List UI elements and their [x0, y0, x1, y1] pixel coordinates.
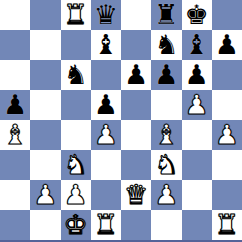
black-king[interactable]: ♚ — [182, 0, 212, 30]
white-rook[interactable]: ♜ — [212, 210, 242, 240]
square-e8[interactable] — [121, 0, 151, 30]
black-knight[interactable]: ♞ — [151, 30, 181, 60]
square-e7[interactable] — [121, 30, 151, 60]
black-bishop[interactable]: ♝ — [182, 30, 212, 60]
white-pawn[interactable]: ♟ — [212, 120, 242, 150]
square-c6[interactable]: ♞ — [61, 60, 91, 90]
square-c5[interactable] — [61, 90, 91, 120]
square-f3[interactable]: ♞ — [151, 150, 181, 180]
square-a6[interactable] — [0, 60, 30, 90]
square-e1[interactable] — [121, 210, 151, 240]
square-d5[interactable]: ♟ — [91, 90, 121, 120]
white-queen[interactable]: ♛ — [121, 180, 151, 210]
white-knight[interactable]: ♞ — [151, 150, 181, 180]
square-c1[interactable]: ♚ — [61, 210, 91, 240]
square-d2[interactable] — [91, 180, 121, 210]
square-h7[interactable]: ♟ — [212, 30, 242, 60]
white-bishop[interactable]: ♝ — [151, 120, 181, 150]
square-f1[interactable] — [151, 210, 181, 240]
square-b8[interactable] — [30, 0, 60, 30]
square-h8[interactable] — [212, 0, 242, 30]
black-queen[interactable]: ♛ — [91, 0, 121, 30]
square-h1[interactable]: ♜ — [212, 210, 242, 240]
chess-board-container: ♜♛♜♚♝♞♝♟♞♟♟♟♟♟♟♝♟♝♟♞♞♟♟♛♟♚♜♜ — [0, 0, 242, 242]
square-g2[interactable] — [182, 180, 212, 210]
square-a5[interactable]: ♟ — [0, 90, 30, 120]
square-a8[interactable] — [0, 0, 30, 30]
square-f7[interactable]: ♞ — [151, 30, 181, 60]
white-pawn[interactable]: ♟ — [182, 90, 212, 120]
black-bishop[interactable]: ♝ — [91, 30, 121, 60]
black-knight[interactable]: ♞ — [61, 60, 91, 90]
square-b3[interactable] — [30, 150, 60, 180]
square-f5[interactable] — [151, 90, 181, 120]
square-g3[interactable] — [182, 150, 212, 180]
square-e2[interactable]: ♛ — [121, 180, 151, 210]
square-f8[interactable]: ♜ — [151, 0, 181, 30]
square-h2[interactable] — [212, 180, 242, 210]
white-rook[interactable]: ♜ — [61, 0, 91, 30]
square-d1[interactable]: ♜ — [91, 210, 121, 240]
square-d3[interactable] — [91, 150, 121, 180]
square-e5[interactable] — [121, 90, 151, 120]
white-king[interactable]: ♚ — [61, 210, 91, 240]
white-pawn[interactable]: ♟ — [91, 120, 121, 150]
black-pawn[interactable]: ♟ — [182, 60, 212, 90]
square-c2[interactable]: ♟ — [61, 180, 91, 210]
square-c8[interactable]: ♜ — [61, 0, 91, 30]
square-e3[interactable] — [121, 150, 151, 180]
black-pawn[interactable]: ♟ — [0, 90, 30, 120]
square-b6[interactable] — [30, 60, 60, 90]
square-g1[interactable] — [182, 210, 212, 240]
white-pawn[interactable]: ♟ — [151, 180, 181, 210]
square-h3[interactable] — [212, 150, 242, 180]
square-d8[interactable]: ♛ — [91, 0, 121, 30]
square-c3[interactable]: ♞ — [61, 150, 91, 180]
square-b4[interactable] — [30, 120, 60, 150]
black-pawn[interactable]: ♟ — [151, 60, 181, 90]
square-g7[interactable]: ♝ — [182, 30, 212, 60]
black-pawn[interactable]: ♟ — [121, 60, 151, 90]
square-d7[interactable]: ♝ — [91, 30, 121, 60]
square-e6[interactable]: ♟ — [121, 60, 151, 90]
square-g6[interactable]: ♟ — [182, 60, 212, 90]
square-f2[interactable]: ♟ — [151, 180, 181, 210]
white-rook[interactable]: ♜ — [91, 210, 121, 240]
square-h6[interactable] — [212, 60, 242, 90]
chess-board: ♜♛♜♚♝♞♝♟♞♟♟♟♟♟♟♝♟♝♟♞♞♟♟♛♟♚♜♜ — [0, 0, 242, 240]
white-pawn[interactable]: ♟ — [61, 180, 91, 210]
square-e4[interactable] — [121, 120, 151, 150]
square-a1[interactable] — [0, 210, 30, 240]
square-d4[interactable]: ♟ — [91, 120, 121, 150]
white-bishop[interactable]: ♝ — [0, 120, 30, 150]
square-h5[interactable] — [212, 90, 242, 120]
square-b5[interactable] — [30, 90, 60, 120]
square-g4[interactable] — [182, 120, 212, 150]
square-g8[interactable]: ♚ — [182, 0, 212, 30]
white-pawn[interactable]: ♟ — [30, 180, 60, 210]
square-f6[interactable]: ♟ — [151, 60, 181, 90]
square-b7[interactable] — [30, 30, 60, 60]
black-rook[interactable]: ♜ — [151, 0, 181, 30]
square-a4[interactable]: ♝ — [0, 120, 30, 150]
white-knight[interactable]: ♞ — [61, 150, 91, 180]
square-a2[interactable] — [0, 180, 30, 210]
square-b1[interactable] — [30, 210, 60, 240]
square-h4[interactable]: ♟ — [212, 120, 242, 150]
square-c4[interactable] — [61, 120, 91, 150]
square-a3[interactable] — [0, 150, 30, 180]
square-b2[interactable]: ♟ — [30, 180, 60, 210]
square-f4[interactable]: ♝ — [151, 120, 181, 150]
black-pawn[interactable]: ♟ — [212, 30, 242, 60]
square-c7[interactable] — [61, 30, 91, 60]
square-d6[interactable] — [91, 60, 121, 90]
black-pawn[interactable]: ♟ — [91, 90, 121, 120]
square-g5[interactable]: ♟ — [182, 90, 212, 120]
square-a7[interactable] — [0, 30, 30, 60]
